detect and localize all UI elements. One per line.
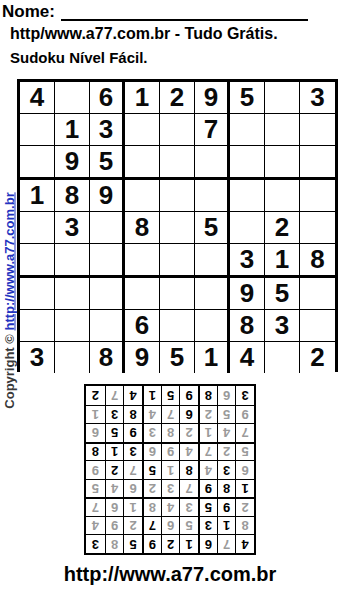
solution-cell-r2c8: 9 [105,516,124,535]
solution-cell-r6c8: 1 [105,442,124,461]
puzzle-cell-r9c4: 9 [125,342,160,373]
solution-cell-r8c3: 2 [198,405,217,424]
puzzle-cell-r1c6: 9 [195,82,230,114]
puzzle-cell-r8c6 [195,310,230,342]
puzzle-cell-r4c8 [265,180,300,212]
solution-cell-r8c2: 5 [217,405,236,424]
puzzle-cell-r5c8: 2 [265,212,300,244]
solution-cell-r9c3: 8 [198,386,217,405]
solution-cell-r2c7: 2 [123,516,142,535]
puzzle-cell-r2c8 [265,114,300,146]
puzzle-cell-r8c7: 8 [230,310,265,342]
solution-cell-r8c4: 6 [179,405,198,424]
solution-cell-r2c3: 3 [198,516,217,535]
puzzle-cell-r5c9 [300,212,335,244]
solution-cell-r9c2: 6 [217,386,236,405]
printable-sudoku-page: Nome: http/www.a77.com.br - Tudo Grátis.… [0,0,340,596]
puzzle-cell-r1c8 [265,82,300,114]
footer-url: http://www.a77.com.br [0,563,340,586]
puzzle-cell-r2c5 [160,114,195,146]
solution-cell-r5c1: 6 [235,460,254,479]
puzzle-cell-r4c4 [125,180,160,212]
solution-cell-r6c6: 6 [142,442,161,461]
name-label: Nome: [2,2,55,22]
puzzle-cell-r3c4 [125,146,160,180]
solution-cell-r8c6: 4 [142,405,161,424]
solution-cell-r6c1: 5 [235,442,254,461]
solution-cell-r6c2: 2 [217,442,236,461]
solution-cell-r9c9: 2 [86,386,105,405]
solution-cell-r4c5: 3 [161,479,180,498]
solution-cell-r7c7: 9 [123,423,142,442]
puzzle-cell-r4c1: 1 [20,180,55,212]
puzzle-cell-r8c2 [55,310,90,342]
solution-cell-r5c4: 8 [179,460,198,479]
puzzle-cell-r7c9 [300,278,335,310]
puzzle-cell-r6c4 [125,244,160,278]
solution-cell-r4c6: 2 [142,479,161,498]
solution-cell-r3c4: 3 [179,497,198,516]
puzzle-cell-r5c4: 8 [125,212,160,244]
puzzle-cell-r3c5 [160,146,195,180]
puzzle-cell-r1c5: 2 [160,82,195,114]
puzzle-cell-r8c4: 6 [125,310,160,342]
solution-cell-r9c8: 7 [105,386,124,405]
puzzle-cell-r2c7 [230,114,265,146]
puzzle-cell-r4c6 [195,180,230,212]
puzzle-cell-r6c5 [160,244,195,278]
puzzle-cell-r7c2 [55,278,90,310]
puzzle-cell-r6c7: 3 [230,244,265,278]
puzzle-cell-r2c3: 3 [90,114,125,146]
solution-cell-r7c4: 2 [179,423,198,442]
solution-cell-r5c8: 2 [105,460,124,479]
solution-cell-r7c6: 3 [142,423,161,442]
puzzle-cell-r8c5 [160,310,195,342]
puzzle-cell-r1c4: 1 [125,82,160,114]
solution-cell-r3c9: 7 [86,497,105,516]
puzzle-cell-r1c9: 3 [300,82,335,114]
solution-cell-r4c7: 6 [123,479,142,498]
puzzle-cell-r2c9 [300,114,335,146]
solution-cell-r5c5: 1 [161,460,180,479]
solution-cell-r4c1: 1 [235,479,254,498]
copyright-link[interactable]: http://www.a77.com.br [2,192,17,330]
solution-cell-r2c5: 6 [161,516,180,535]
copyright-prefix: Copyright © [2,331,17,409]
solution-cell-r6c9: 8 [86,442,105,461]
solution-cell-r2c4: 5 [179,516,198,535]
puzzle-cell-r7c7: 9 [230,278,265,310]
solution-cell-r6c7: 3 [123,442,142,461]
sudoku-solution-grid-rotated: 4761295838135672942953481671897326456348… [84,384,256,555]
solution-cell-r7c5: 8 [161,423,180,442]
puzzle-cell-r7c8: 5 [265,278,300,310]
puzzle-cell-r5c6: 5 [195,212,230,244]
puzzle-cell-r3c6 [195,146,230,180]
solution-cell-r3c1: 2 [235,497,254,516]
puzzle-cell-r6c3 [90,244,125,278]
puzzle-cell-r4c5 [160,180,195,212]
solution-cell-r8c8: 3 [105,405,124,424]
puzzle-cell-r9c9: 2 [300,342,335,373]
puzzle-cell-r9c8 [265,342,300,373]
solution-cell-r3c7: 1 [123,497,142,516]
puzzle-cell-r8c3 [90,310,125,342]
puzzle-cell-r3c9 [300,146,335,180]
puzzle-cell-r2c4 [125,114,160,146]
solution-cell-r7c2: 4 [217,423,236,442]
puzzle-cell-r9c7: 4 [230,342,265,373]
puzzle-cell-r3c8 [265,146,300,180]
puzzle-cell-r9c2 [55,342,90,373]
puzzle-cell-r1c7: 5 [230,82,265,114]
solution-cell-r1c9: 3 [86,534,105,553]
puzzle-cell-r2c1 [20,114,55,146]
puzzle-cell-r9c5: 5 [160,342,195,373]
solution-cell-r2c6: 7 [142,516,161,535]
solution-cell-r1c7: 5 [123,534,142,553]
puzzle-cell-r4c2: 8 [55,180,90,212]
solution-cell-r1c1: 4 [235,534,254,553]
solution-cell-r7c1: 7 [235,423,254,442]
solution-cell-r9c7: 4 [123,386,142,405]
solution-cell-r3c3: 5 [198,497,217,516]
solution-cell-r5c9: 9 [86,460,105,479]
solution-cell-r6c3: 7 [198,442,217,461]
solution-cell-r8c9: 1 [86,405,105,424]
solution-cell-r1c3: 6 [198,534,217,553]
puzzle-cell-r8c8: 3 [265,310,300,342]
puzzle-cell-r3c7 [230,146,265,180]
solution-cell-r4c4: 7 [179,479,198,498]
puzzle-cell-r1c2 [55,82,90,114]
puzzle-cell-r9c6: 1 [195,342,230,373]
solution-cell-r4c2: 8 [217,479,236,498]
solution-cell-r6c4: 4 [179,442,198,461]
solution-cell-r1c5: 2 [161,534,180,553]
puzzle-cell-r6c9: 8 [300,244,335,278]
puzzle-cell-r9c1: 3 [20,342,55,373]
puzzle-cell-r1c1: 4 [20,82,55,114]
puzzle-cell-r5c1 [20,212,55,244]
solution-cell-r5c2: 3 [217,460,236,479]
puzzle-cell-r5c2: 3 [55,212,90,244]
solution-cell-r3c6: 8 [142,497,161,516]
solution-cell-r3c2: 9 [217,497,236,516]
solution-cell-r4c3: 9 [198,479,217,498]
solution-cell-r6c5: 9 [161,442,180,461]
solution-cell-r9c5: 5 [161,386,180,405]
puzzle-cell-r1c3: 6 [90,82,125,114]
puzzle-cell-r3c3: 5 [90,146,125,180]
name-fill-line [61,19,308,21]
solution-cell-r4c9: 5 [86,479,105,498]
puzzle-cell-r5c3 [90,212,125,244]
puzzle-cell-r5c5 [160,212,195,244]
solution-cell-r2c2: 1 [217,516,236,535]
puzzle-level-title: Sudoku Nível Fácil. [10,49,148,66]
solution-cell-r1c8: 8 [105,534,124,553]
puzzle-cell-r6c8: 1 [265,244,300,278]
puzzle-cell-r8c9 [300,310,335,342]
puzzle-cell-r8c1 [20,310,55,342]
puzzle-cell-r5c7 [230,212,265,244]
solution-cell-r8c5: 7 [161,405,180,424]
solution-cell-r4c8: 4 [105,479,124,498]
solution-cell-r9c1: 3 [235,386,254,405]
solution-cell-r3c5: 4 [161,497,180,516]
puzzle-cell-r3c1 [20,146,55,180]
sudoku-puzzle-grid: 4612953137951893852318956833895142 [17,79,338,372]
solution-cell-r7c3: 1 [198,423,217,442]
puzzle-cell-r6c2 [55,244,90,278]
solution-cell-r1c6: 9 [142,534,161,553]
solution-cell-r9c4: 9 [179,386,198,405]
puzzle-cell-r3c2: 9 [55,146,90,180]
solution-cell-r2c9: 4 [86,516,105,535]
solution-cell-r5c7: 7 [123,460,142,479]
solution-cell-r8c7: 8 [123,405,142,424]
site-title: http/www.a77.com.br - Tudo Grátis. [10,25,278,43]
solution-cell-r2c1: 8 [235,516,254,535]
puzzle-cell-r7c1 [20,278,55,310]
puzzle-cell-r6c1 [20,244,55,278]
solution-cell-r1c2: 7 [217,534,236,553]
solution-cell-r5c3: 4 [198,460,217,479]
puzzle-cell-r7c6 [195,278,230,310]
solution-cell-r8c1: 9 [235,405,254,424]
solution-cell-r3c8: 6 [105,497,124,516]
puzzle-cell-r7c3 [90,278,125,310]
puzzle-cell-r7c4 [125,278,160,310]
puzzle-cell-r4c9 [300,180,335,212]
solution-cell-r5c6: 5 [142,460,161,479]
puzzle-cell-r7c5 [160,278,195,310]
puzzle-cell-r4c3: 9 [90,180,125,212]
solution-cell-r7c8: 5 [105,423,124,442]
puzzle-cell-r6c6 [195,244,230,278]
puzzle-cell-r4c7 [230,180,265,212]
puzzle-cell-r2c2: 1 [55,114,90,146]
solution-cell-r7c9: 6 [86,423,105,442]
solution-cell-r1c4: 1 [179,534,198,553]
puzzle-cell-r2c6: 7 [195,114,230,146]
solution-cell-r9c6: 1 [142,386,161,405]
copyright-vertical-text: Copyright © http://www.a77.com.br [2,145,17,457]
puzzle-cell-r9c3: 8 [90,342,125,373]
